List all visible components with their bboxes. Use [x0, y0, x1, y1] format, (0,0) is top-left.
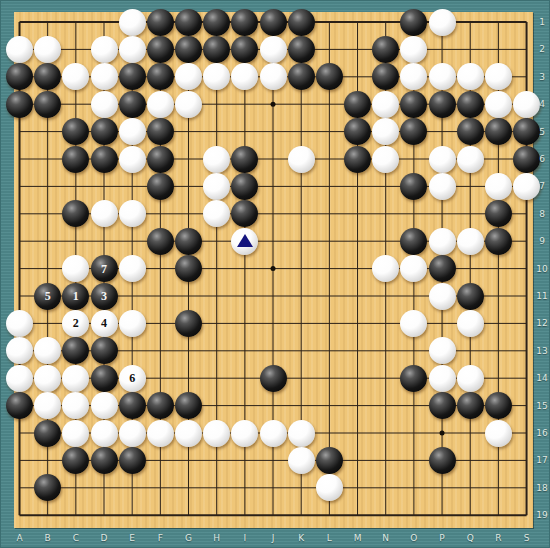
- move-number-label: 3: [101, 290, 107, 302]
- black-stone-D11: 3: [91, 283, 118, 310]
- column-label-K: K: [294, 533, 308, 543]
- white-stone-Q3: [457, 63, 484, 90]
- white-stone-D3: [91, 63, 118, 90]
- row-label-15: 15: [534, 401, 550, 411]
- white-stone-D16: [91, 420, 118, 447]
- black-stone-P17: [429, 447, 456, 474]
- white-stone-Q6: [457, 146, 484, 173]
- black-stone-F7: [147, 173, 174, 200]
- white-stone-D15: [91, 392, 118, 419]
- black-stone-R8: [485, 200, 512, 227]
- row-label-11: 11: [534, 291, 550, 301]
- column-label-P: P: [435, 533, 449, 543]
- black-stone-D14: [91, 365, 118, 392]
- row-label-6: 6: [534, 154, 550, 164]
- black-stone-J14: [260, 365, 287, 392]
- black-stone-K3: [288, 63, 315, 90]
- row-label-10: 10: [534, 264, 550, 274]
- white-stone-K6: [288, 146, 315, 173]
- black-stone-A4: [6, 91, 33, 118]
- row-label-3: 3: [534, 72, 550, 82]
- row-label-14: 14: [534, 373, 550, 383]
- column-label-H: H: [210, 533, 224, 543]
- black-stone-E17: [119, 447, 146, 474]
- black-stone-O4: [400, 91, 427, 118]
- column-label-R: R: [491, 533, 505, 543]
- column-label-A: A: [13, 533, 27, 543]
- move-number-label: 5: [45, 290, 51, 302]
- white-stone-N4: [372, 91, 399, 118]
- white-stone-E16: [119, 420, 146, 447]
- white-stone-E12: [119, 310, 146, 337]
- white-stone-D4: [91, 91, 118, 118]
- white-stone-D12: 4: [91, 310, 118, 337]
- black-stone-R15: [485, 392, 512, 419]
- black-stone-I1: [231, 9, 258, 36]
- column-label-E: E: [125, 533, 139, 543]
- column-label-O: O: [407, 533, 421, 543]
- white-stone-G16: [175, 420, 202, 447]
- white-stone-A2: [6, 36, 33, 63]
- black-stone-H2: [203, 36, 230, 63]
- white-stone-E1: [119, 9, 146, 36]
- row-label-19: 19: [534, 510, 550, 520]
- move-number-label: 6: [129, 372, 135, 384]
- move-number-label: 4: [101, 317, 107, 329]
- black-stone-M5: [344, 118, 371, 145]
- black-stone-G9: [175, 228, 202, 255]
- row-label-16: 16: [534, 428, 550, 438]
- white-stone-D2: [91, 36, 118, 63]
- black-stone-I6: [231, 146, 258, 173]
- black-stone-D17: [91, 447, 118, 474]
- white-stone-F16: [147, 420, 174, 447]
- move-number-label: 2: [73, 317, 79, 329]
- white-stone-G4: [175, 91, 202, 118]
- column-label-N: N: [379, 533, 393, 543]
- row-label-7: 7: [534, 181, 550, 191]
- black-stone-O1: [400, 9, 427, 36]
- black-stone-G2: [175, 36, 202, 63]
- move-number-label: 1: [73, 290, 79, 302]
- white-stone-P9: [429, 228, 456, 255]
- black-stone-R9: [485, 228, 512, 255]
- black-stone-Q15: [457, 392, 484, 419]
- column-label-D: D: [97, 533, 111, 543]
- black-stone-F5: [147, 118, 174, 145]
- white-stone-E10: [119, 255, 146, 282]
- column-label-I: I: [238, 533, 252, 543]
- black-stone-P15: [429, 392, 456, 419]
- black-stone-G15: [175, 392, 202, 419]
- black-stone-F15: [147, 392, 174, 419]
- white-stone-A14: [6, 365, 33, 392]
- row-label-13: 13: [534, 346, 550, 356]
- row-label-9: 9: [534, 236, 550, 246]
- black-stone-J1: [260, 9, 287, 36]
- black-stone-F6: [147, 146, 174, 173]
- white-stone-P13: [429, 337, 456, 364]
- white-stone-J16: [260, 420, 287, 447]
- triangle-mark-icon: [237, 234, 253, 247]
- white-stone-K16: [288, 420, 315, 447]
- white-stone-R4: [485, 91, 512, 118]
- white-stone-R16: [485, 420, 512, 447]
- black-stone-P10: [429, 255, 456, 282]
- black-stone-R5: [485, 118, 512, 145]
- black-stone-L17: [316, 447, 343, 474]
- row-label-12: 12: [534, 318, 550, 328]
- black-stone-G1: [175, 9, 202, 36]
- white-stone-J3: [260, 63, 287, 90]
- white-stone-P1: [429, 9, 456, 36]
- white-stone-P11: [429, 283, 456, 310]
- white-stone-A12: [6, 310, 33, 337]
- white-stone-E8: [119, 200, 146, 227]
- black-stone-E15: [119, 392, 146, 419]
- black-stone-F3: [147, 63, 174, 90]
- white-stone-E5: [119, 118, 146, 145]
- black-stone-F9: [147, 228, 174, 255]
- white-stone-R7: [485, 173, 512, 200]
- white-stone-Q14: [457, 365, 484, 392]
- column-label-S: S: [520, 533, 534, 543]
- white-stone-P6: [429, 146, 456, 173]
- column-label-F: F: [153, 533, 167, 543]
- black-stone-B4: [34, 91, 61, 118]
- go-app-window: 7513246 ABCDEFGHIJKLMNOPQRS 123456789101…: [0, 0, 550, 548]
- black-stone-M6: [344, 146, 371, 173]
- black-stone-B11: 5: [34, 283, 61, 310]
- black-stone-O9: [400, 228, 427, 255]
- black-stone-K1: [288, 9, 315, 36]
- black-stone-M4: [344, 91, 371, 118]
- white-stone-K17: [288, 447, 315, 474]
- white-stone-B2: [34, 36, 61, 63]
- white-stone-E6: [119, 146, 146, 173]
- column-label-G: G: [182, 533, 196, 543]
- white-stone-C16: [62, 420, 89, 447]
- black-stone-Q5: [457, 118, 484, 145]
- move-number-label: 7: [101, 263, 107, 275]
- row-label-18: 18: [534, 483, 550, 493]
- black-stone-D5: [91, 118, 118, 145]
- black-stone-Q4: [457, 91, 484, 118]
- row-label-8: 8: [534, 209, 550, 219]
- white-stone-I9: [231, 228, 258, 255]
- white-stone-B14: [34, 365, 61, 392]
- white-stone-E14: 6: [119, 365, 146, 392]
- black-stone-O14: [400, 365, 427, 392]
- white-stone-P7: [429, 173, 456, 200]
- white-stone-Q9: [457, 228, 484, 255]
- column-label-L: L: [322, 533, 336, 543]
- column-label-B: B: [41, 533, 55, 543]
- black-stone-C11: 1: [62, 283, 89, 310]
- white-stone-P3: [429, 63, 456, 90]
- white-stone-J2: [260, 36, 287, 63]
- black-stone-P4: [429, 91, 456, 118]
- go-board[interactable]: 7513246: [14, 12, 533, 528]
- black-stone-D10: 7: [91, 255, 118, 282]
- black-stone-E3: [119, 63, 146, 90]
- black-stone-C6: [62, 146, 89, 173]
- black-stone-L3: [316, 63, 343, 90]
- black-stone-E4: [119, 91, 146, 118]
- black-stone-A15: [6, 392, 33, 419]
- black-stone-D13: [91, 337, 118, 364]
- white-stone-N6: [372, 146, 399, 173]
- row-label-17: 17: [534, 455, 550, 465]
- row-label-5: 5: [534, 127, 550, 137]
- white-stone-I16: [231, 420, 258, 447]
- column-label-Q: Q: [463, 533, 477, 543]
- black-stone-F2: [147, 36, 174, 63]
- white-stone-R3: [485, 63, 512, 90]
- black-stone-F1: [147, 9, 174, 36]
- column-label-C: C: [69, 533, 83, 543]
- white-stone-F4: [147, 91, 174, 118]
- white-stone-P14: [429, 365, 456, 392]
- black-stone-Q11: [457, 283, 484, 310]
- black-stone-G10: [175, 255, 202, 282]
- white-stone-H6: [203, 146, 230, 173]
- white-stone-H16: [203, 420, 230, 447]
- black-stone-D6: [91, 146, 118, 173]
- white-stone-Q12: [457, 310, 484, 337]
- white-stone-C14: [62, 365, 89, 392]
- black-stone-K2: [288, 36, 315, 63]
- black-stone-H1: [203, 9, 230, 36]
- row-label-1: 1: [534, 17, 550, 27]
- column-label-M: M: [351, 533, 365, 543]
- black-stone-G12: [175, 310, 202, 337]
- black-stone-N2: [372, 36, 399, 63]
- white-stone-H7: [203, 173, 230, 200]
- row-label-2: 2: [534, 44, 550, 54]
- column-label-J: J: [266, 533, 280, 543]
- white-stone-E2: [119, 36, 146, 63]
- row-label-4: 4: [534, 99, 550, 109]
- white-stone-D8: [91, 200, 118, 227]
- white-stone-L18: [316, 474, 343, 501]
- black-stone-B16: [34, 420, 61, 447]
